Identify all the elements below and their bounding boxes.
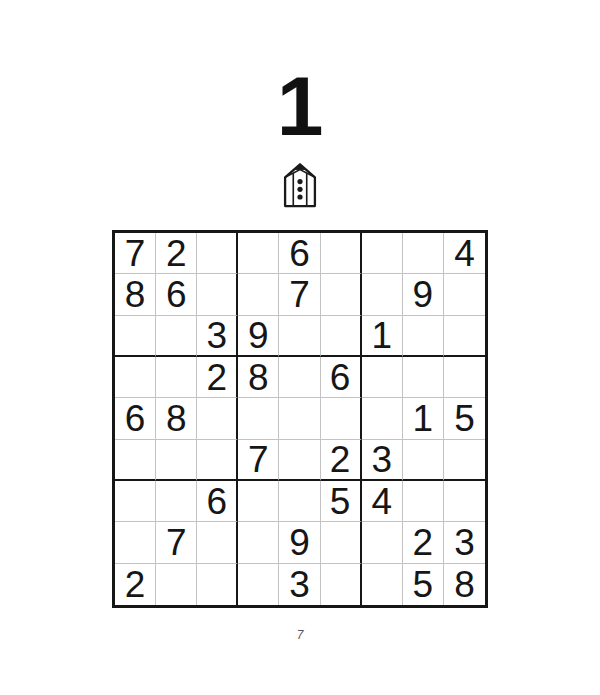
page-number: 7 (0, 628, 600, 642)
cell-r9c7[interactable] (362, 564, 403, 605)
cell-r9c4[interactable] (238, 564, 279, 605)
cell-r3c7[interactable]: 1 (362, 316, 403, 357)
cell-r1c1[interactable]: 7 (115, 233, 156, 274)
cell-r4c3[interactable]: 2 (197, 357, 238, 398)
cell-r1c7[interactable] (362, 233, 403, 274)
cell-r7c2[interactable] (156, 481, 197, 522)
cell-r7c6[interactable]: 5 (321, 481, 362, 522)
cell-r5c6[interactable] (321, 398, 362, 439)
cell-r2c4[interactable] (238, 274, 279, 315)
cell-r3c6[interactable] (321, 316, 362, 357)
cell-r6c4[interactable]: 7 (238, 440, 279, 481)
cell-r7c3[interactable]: 6 (197, 481, 238, 522)
pencil-icon (0, 159, 600, 209)
cell-r5c8[interactable]: 1 (403, 398, 444, 439)
cell-r6c7[interactable]: 3 (362, 440, 403, 481)
cell-r6c8[interactable] (403, 440, 444, 481)
cell-r7c7[interactable]: 4 (362, 481, 403, 522)
cell-r1c5[interactable]: 6 (279, 233, 320, 274)
cell-r8c8[interactable]: 2 (403, 522, 444, 563)
cell-r2c6[interactable] (321, 274, 362, 315)
cell-r5c9[interactable]: 5 (444, 398, 485, 439)
cell-r3c3[interactable]: 3 (197, 316, 238, 357)
cell-r4c1[interactable] (115, 357, 156, 398)
cell-r6c6[interactable]: 2 (321, 440, 362, 481)
cell-r5c3[interactable] (197, 398, 238, 439)
cell-r9c8[interactable]: 5 (403, 564, 444, 605)
cell-r2c1[interactable]: 8 (115, 274, 156, 315)
cell-r1c8[interactable] (403, 233, 444, 274)
cell-r8c3[interactable] (197, 522, 238, 563)
cell-r3c1[interactable] (115, 316, 156, 357)
cell-r8c5[interactable]: 9 (279, 522, 320, 563)
sudoku-grid: 72648679391286681572365479232358 (112, 230, 488, 608)
cell-r2c8[interactable]: 9 (403, 274, 444, 315)
cell-r9c6[interactable] (321, 564, 362, 605)
cell-r6c5[interactable] (279, 440, 320, 481)
cell-r5c4[interactable] (238, 398, 279, 439)
cell-r4c2[interactable] (156, 357, 197, 398)
cell-r6c2[interactable] (156, 440, 197, 481)
cell-r4c8[interactable] (403, 357, 444, 398)
cell-r9c3[interactable] (197, 564, 238, 605)
cell-r9c5[interactable]: 3 (279, 564, 320, 605)
cell-r8c4[interactable] (238, 522, 279, 563)
cell-r6c1[interactable] (115, 440, 156, 481)
cell-r4c5[interactable] (279, 357, 320, 398)
cell-r8c2[interactable]: 7 (156, 522, 197, 563)
cell-r3c2[interactable] (156, 316, 197, 357)
cell-r4c6[interactable]: 6 (321, 357, 362, 398)
cell-r8c7[interactable] (362, 522, 403, 563)
cell-r4c9[interactable] (444, 357, 485, 398)
cell-r5c7[interactable] (362, 398, 403, 439)
cell-r2c7[interactable] (362, 274, 403, 315)
cell-r9c9[interactable]: 8 (444, 564, 485, 605)
cell-r7c4[interactable] (238, 481, 279, 522)
cell-r9c1[interactable]: 2 (115, 564, 156, 605)
cell-r8c9[interactable]: 3 (444, 522, 485, 563)
cell-r8c6[interactable] (321, 522, 362, 563)
cell-r1c6[interactable] (321, 233, 362, 274)
cell-r1c3[interactable] (197, 233, 238, 274)
cell-r5c1[interactable]: 6 (115, 398, 156, 439)
cell-r3c9[interactable] (444, 316, 485, 357)
cell-r6c9[interactable] (444, 440, 485, 481)
cell-r5c5[interactable] (279, 398, 320, 439)
cell-r7c9[interactable] (444, 481, 485, 522)
cell-r3c5[interactable] (279, 316, 320, 357)
cell-r7c5[interactable] (279, 481, 320, 522)
cell-r2c2[interactable]: 6 (156, 274, 197, 315)
cell-r3c8[interactable] (403, 316, 444, 357)
cell-r4c4[interactable]: 8 (238, 357, 279, 398)
puzzle-number: 1 (0, 54, 600, 159)
cell-r3c4[interactable]: 9 (238, 316, 279, 357)
book-page: 1 72648679391286681572365479232358 7 (0, 0, 600, 695)
cell-r2c5[interactable]: 7 (279, 274, 320, 315)
cell-r7c8[interactable] (403, 481, 444, 522)
cell-r5c2[interactable]: 8 (156, 398, 197, 439)
cell-r2c9[interactable] (444, 274, 485, 315)
cell-r2c3[interactable] (197, 274, 238, 315)
cell-r6c3[interactable] (197, 440, 238, 481)
cell-r1c4[interactable] (238, 233, 279, 274)
cell-r1c9[interactable]: 4 (444, 233, 485, 274)
cell-r4c7[interactable] (362, 357, 403, 398)
cell-r8c1[interactable] (115, 522, 156, 563)
cell-r7c1[interactable] (115, 481, 156, 522)
cell-r1c2[interactable]: 2 (156, 233, 197, 274)
cell-r9c2[interactable] (156, 564, 197, 605)
